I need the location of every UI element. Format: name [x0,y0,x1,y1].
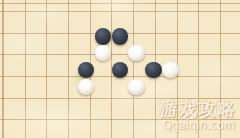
stone-black [95,28,112,45]
stone-white [162,62,179,79]
stone-black [145,62,162,79]
stone-white [128,79,145,96]
stone-black [112,28,129,45]
gomoku-board[interactable]: 游戏攻略 Qqaiqin.com [0,0,240,138]
